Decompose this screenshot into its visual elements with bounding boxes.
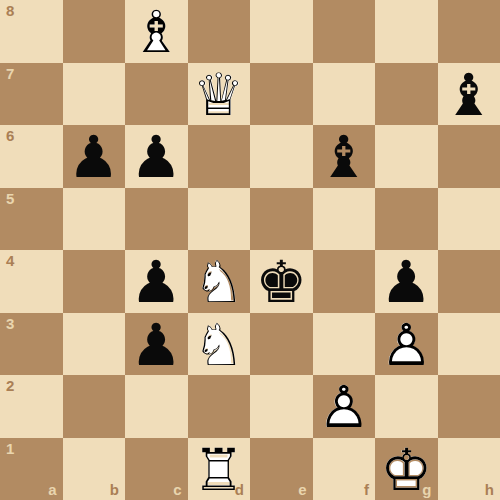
square-e7[interactable] <box>250 63 313 126</box>
square-a8[interactable]: 8 <box>0 0 63 63</box>
black-pawn-glyph: ♟ <box>125 251 188 314</box>
black-king-glyph: ♚ <box>250 251 313 314</box>
square-c8[interactable]: ♝♗ <box>125 0 188 63</box>
square-c5[interactable] <box>125 188 188 251</box>
file-label-c: c <box>173 481 181 498</box>
white-queen[interactable]: ♛♕ <box>188 63 251 126</box>
square-d7[interactable]: ♛♕ <box>188 63 251 126</box>
square-f7[interactable] <box>313 63 376 126</box>
chess-board: 8♝♗7♛♕♝6♟♟♝54♟♞♘♚♟3♟♞♘♟♙2♟♙1abcd♜♖efg♚♔h <box>0 0 500 500</box>
rank-label-3: 3 <box>6 315 14 332</box>
square-h2[interactable] <box>438 375 500 438</box>
white-queen-outline: ♕ <box>188 64 251 127</box>
square-e8[interactable] <box>250 0 313 63</box>
square-b4[interactable] <box>63 250 126 313</box>
square-f3[interactable] <box>313 313 376 376</box>
rank-label-6: 6 <box>6 127 14 144</box>
rank-label-8: 8 <box>6 2 14 19</box>
square-d2[interactable] <box>188 375 251 438</box>
black-pawn[interactable]: ♟ <box>125 313 188 376</box>
square-b8[interactable] <box>63 0 126 63</box>
square-e4[interactable]: ♚ <box>250 250 313 313</box>
square-c3[interactable]: ♟ <box>125 313 188 376</box>
square-b5[interactable] <box>63 188 126 251</box>
black-pawn[interactable]: ♟ <box>125 125 188 188</box>
black-pawn[interactable]: ♟ <box>125 250 188 313</box>
square-a3[interactable]: 3 <box>0 313 63 376</box>
square-c2[interactable] <box>125 375 188 438</box>
rank-label-4: 4 <box>6 252 14 269</box>
white-bishop-outline: ♗ <box>125 1 188 64</box>
square-c1[interactable]: c <box>125 438 188 500</box>
rank-label-5: 5 <box>6 190 14 207</box>
square-e6[interactable] <box>250 125 313 188</box>
chess-diagram: 8♝♗7♛♕♝6♟♟♝54♟♞♘♚♟3♟♞♘♟♙2♟♙1abcd♜♖efg♚♔h <box>0 0 500 500</box>
file-label-f: f <box>364 481 369 498</box>
square-c4[interactable]: ♟ <box>125 250 188 313</box>
square-g1[interactable]: g♚♔ <box>375 438 438 500</box>
white-knight-outline: ♘ <box>188 314 251 377</box>
square-a6[interactable]: 6 <box>0 125 63 188</box>
square-e3[interactable] <box>250 313 313 376</box>
square-f2[interactable]: ♟♙ <box>313 375 376 438</box>
square-f1[interactable]: f <box>313 438 376 500</box>
square-g5[interactable] <box>375 188 438 251</box>
square-b6[interactable]: ♟ <box>63 125 126 188</box>
white-knight[interactable]: ♞♘ <box>188 250 251 313</box>
square-h7[interactable]: ♝ <box>438 63 500 126</box>
square-h4[interactable] <box>438 250 500 313</box>
white-bishop[interactable]: ♝♗ <box>125 0 188 63</box>
black-pawn[interactable]: ♟ <box>63 125 126 188</box>
black-king[interactable]: ♚ <box>250 250 313 313</box>
square-d4[interactable]: ♞♘ <box>188 250 251 313</box>
square-h8[interactable] <box>438 0 500 63</box>
square-f8[interactable] <box>313 0 376 63</box>
black-pawn-glyph: ♟ <box>63 126 126 189</box>
black-pawn-glyph: ♟ <box>375 251 438 314</box>
square-g4[interactable]: ♟ <box>375 250 438 313</box>
file-label-b: b <box>110 481 119 498</box>
white-rook-outline: ♖ <box>188 439 251 500</box>
white-knight[interactable]: ♞♘ <box>188 313 251 376</box>
square-b2[interactable] <box>63 375 126 438</box>
square-h1[interactable]: h <box>438 438 500 500</box>
white-pawn-outline: ♙ <box>375 314 438 377</box>
white-knight-outline: ♘ <box>188 251 251 314</box>
square-a5[interactable]: 5 <box>0 188 63 251</box>
rank-label-2: 2 <box>6 377 14 394</box>
square-f5[interactable] <box>313 188 376 251</box>
square-g3[interactable]: ♟♙ <box>375 313 438 376</box>
white-pawn[interactable]: ♟♙ <box>375 313 438 376</box>
square-c7[interactable] <box>125 63 188 126</box>
file-label-h: h <box>485 481 494 498</box>
square-e1[interactable]: e <box>250 438 313 500</box>
black-bishop[interactable]: ♝ <box>313 125 376 188</box>
square-d8[interactable] <box>188 0 251 63</box>
square-b1[interactable]: b <box>63 438 126 500</box>
black-bishop-glyph: ♝ <box>313 126 376 189</box>
black-pawn[interactable]: ♟ <box>375 250 438 313</box>
black-bishop-glyph: ♝ <box>438 64 500 127</box>
square-c6[interactable]: ♟ <box>125 125 188 188</box>
square-h5[interactable] <box>438 188 500 251</box>
square-b7[interactable] <box>63 63 126 126</box>
square-d3[interactable]: ♞♘ <box>188 313 251 376</box>
square-a7[interactable]: 7 <box>0 63 63 126</box>
file-label-a: a <box>48 481 56 498</box>
square-d6[interactable] <box>188 125 251 188</box>
white-pawn[interactable]: ♟♙ <box>313 375 376 438</box>
square-f6[interactable]: ♝ <box>313 125 376 188</box>
white-king[interactable]: ♚♔ <box>375 438 438 500</box>
file-label-e: e <box>298 481 306 498</box>
square-a4[interactable]: 4 <box>0 250 63 313</box>
square-h3[interactable] <box>438 313 500 376</box>
rank-label-1: 1 <box>6 440 14 457</box>
black-pawn-glyph: ♟ <box>125 126 188 189</box>
square-a1[interactable]: 1a <box>0 438 63 500</box>
square-e5[interactable] <box>250 188 313 251</box>
square-g7[interactable] <box>375 63 438 126</box>
square-f4[interactable] <box>313 250 376 313</box>
square-h6[interactable] <box>438 125 500 188</box>
rank-label-7: 7 <box>6 65 14 82</box>
white-rook[interactable]: ♜♖ <box>188 438 251 500</box>
square-g2[interactable] <box>375 375 438 438</box>
square-d1[interactable]: d♜♖ <box>188 438 251 500</box>
square-a2[interactable]: 2 <box>0 375 63 438</box>
square-g8[interactable] <box>375 0 438 63</box>
black-bishop[interactable]: ♝ <box>438 63 500 126</box>
square-g6[interactable] <box>375 125 438 188</box>
black-pawn-glyph: ♟ <box>125 314 188 377</box>
white-king-outline: ♔ <box>375 439 438 500</box>
white-pawn-outline: ♙ <box>313 376 376 439</box>
square-b3[interactable] <box>63 313 126 376</box>
square-d5[interactable] <box>188 188 251 251</box>
square-e2[interactable] <box>250 375 313 438</box>
